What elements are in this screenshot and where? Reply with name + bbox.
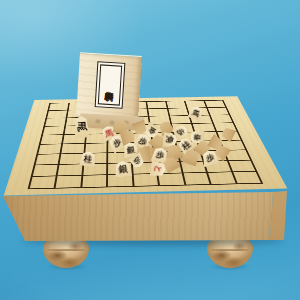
piece-kanji: 歩 (155, 149, 165, 161)
piece-kanji: 歩 (205, 152, 216, 165)
piece-kanji: 歩 (137, 134, 149, 147)
piece-pile: 馬歩銀歩金歩角歩桂香歩馬桂銀と歩 (0, 0, 300, 300)
piece-kanji: 桂 (83, 153, 92, 165)
piece-kanji: 馬 (191, 107, 201, 119)
piece-kanji: 桂 (179, 138, 192, 152)
shogi-piece: 桂 (79, 150, 97, 167)
piece-kanji: 金 (146, 125, 157, 137)
piece-kanji: 歩 (175, 126, 187, 137)
piece-kanji: と (152, 164, 164, 174)
shogi-piece: 馬 (187, 105, 204, 122)
piece-kanji: 銀 (118, 162, 128, 176)
shogi-product-photo: 御将棋駒 馬 馬歩銀歩金歩角歩桂香歩馬桂銀と歩 (0, 0, 300, 300)
piece-kanji: 銀 (126, 144, 135, 156)
shogi-piece (131, 119, 149, 136)
piece-kanji: 歩 (131, 155, 142, 167)
piece-kanji: 角 (164, 136, 176, 145)
shogi-piece: 銀 (114, 160, 133, 178)
piece-kanji: 香 (192, 133, 203, 141)
shogi-piece (220, 126, 236, 143)
